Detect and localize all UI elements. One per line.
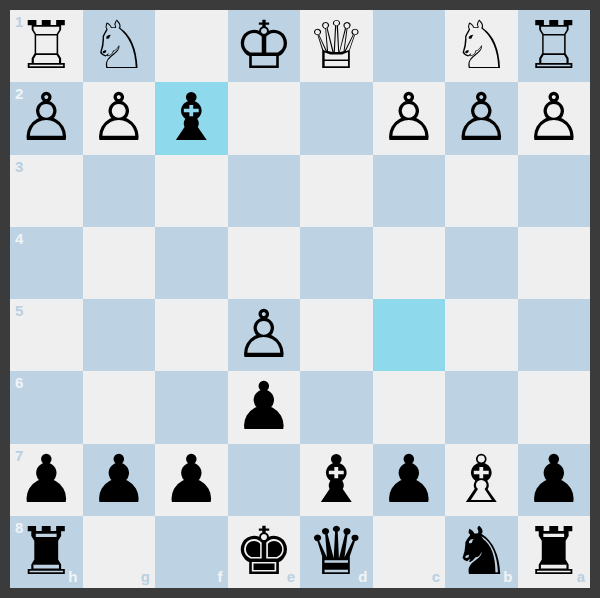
white-rook-piece: ♖ xyxy=(524,13,583,79)
black-pawn-piece: ♟ xyxy=(234,374,293,440)
square-g3[interactable] xyxy=(83,155,156,227)
file-label-f: f xyxy=(218,569,223,584)
file-label-a: a xyxy=(577,569,585,584)
square-b1[interactable]: ♘ xyxy=(445,10,518,82)
square-a2[interactable]: ♙ xyxy=(518,82,591,154)
square-d4[interactable] xyxy=(300,227,373,299)
file-label-e: e xyxy=(287,569,295,584)
square-b2[interactable]: ♙ xyxy=(445,82,518,154)
square-h5[interactable]: 5 xyxy=(10,299,83,371)
square-d8[interactable]: d♛ xyxy=(300,516,373,588)
square-c6[interactable] xyxy=(373,371,446,443)
rank-label-7: 7 xyxy=(15,448,23,463)
white-king-piece: ♔ xyxy=(234,13,293,79)
square-f8[interactable]: f xyxy=(155,516,228,588)
chess-board: 1♖♘♔♕♘♖2♙♙♝♙♙♙345♙6♟7♟♟♟♝♟♗♟8h♜gfe♚d♛cb♞… xyxy=(10,10,590,588)
square-g5[interactable] xyxy=(83,299,156,371)
square-c4[interactable] xyxy=(373,227,446,299)
white-pawn-piece: ♙ xyxy=(524,85,583,151)
square-d3[interactable] xyxy=(300,155,373,227)
white-pawn-piece: ♙ xyxy=(89,85,148,151)
file-label-g: g xyxy=(141,569,150,584)
white-pawn-piece: ♙ xyxy=(17,85,76,151)
square-f2[interactable]: ♝ xyxy=(155,82,228,154)
square-c5[interactable] xyxy=(373,299,446,371)
square-e4[interactable] xyxy=(228,227,301,299)
square-h6[interactable]: 6 xyxy=(10,371,83,443)
white-pawn-piece: ♙ xyxy=(379,85,438,151)
square-b8[interactable]: b♞ xyxy=(445,516,518,588)
square-g2[interactable]: ♙ xyxy=(83,82,156,154)
white-bishop-piece: ♗ xyxy=(452,447,511,513)
square-d6[interactable] xyxy=(300,371,373,443)
square-b5[interactable] xyxy=(445,299,518,371)
rank-label-8: 8 xyxy=(15,520,23,535)
square-a7[interactable]: ♟ xyxy=(518,444,591,516)
square-e2[interactable] xyxy=(228,82,301,154)
black-pawn-piece: ♟ xyxy=(379,447,438,513)
black-pawn-piece: ♟ xyxy=(524,447,583,513)
square-e6[interactable]: ♟ xyxy=(228,371,301,443)
square-e5[interactable]: ♙ xyxy=(228,299,301,371)
black-queen-piece: ♛ xyxy=(307,519,366,585)
white-pawn-piece: ♙ xyxy=(452,85,511,151)
square-c7[interactable]: ♟ xyxy=(373,444,446,516)
black-king-piece: ♚ xyxy=(234,519,293,585)
square-f4[interactable] xyxy=(155,227,228,299)
square-d2[interactable] xyxy=(300,82,373,154)
square-a4[interactable] xyxy=(518,227,591,299)
square-b7[interactable]: ♗ xyxy=(445,444,518,516)
black-rook-piece: ♜ xyxy=(524,519,583,585)
square-f7[interactable]: ♟ xyxy=(155,444,228,516)
square-a3[interactable] xyxy=(518,155,591,227)
square-h8[interactable]: 8h♜ xyxy=(10,516,83,588)
square-e8[interactable]: e♚ xyxy=(228,516,301,588)
square-c1[interactable] xyxy=(373,10,446,82)
rank-label-1: 1 xyxy=(15,14,23,29)
square-h7[interactable]: 7♟ xyxy=(10,444,83,516)
black-pawn-piece: ♟ xyxy=(89,447,148,513)
square-e3[interactable] xyxy=(228,155,301,227)
square-a6[interactable] xyxy=(518,371,591,443)
file-label-h: h xyxy=(68,569,77,584)
black-pawn-piece: ♟ xyxy=(162,447,221,513)
black-pawn-piece: ♟ xyxy=(17,447,76,513)
square-c2[interactable]: ♙ xyxy=(373,82,446,154)
square-h4[interactable]: 4 xyxy=(10,227,83,299)
white-pawn-piece: ♙ xyxy=(234,302,293,368)
square-f1[interactable] xyxy=(155,10,228,82)
square-g1[interactable]: ♘ xyxy=(83,10,156,82)
square-f6[interactable] xyxy=(155,371,228,443)
black-knight-piece: ♞ xyxy=(452,519,511,585)
square-c3[interactable] xyxy=(373,155,446,227)
black-rook-piece: ♜ xyxy=(17,519,76,585)
square-f5[interactable] xyxy=(155,299,228,371)
white-knight-piece: ♘ xyxy=(452,13,511,79)
square-h3[interactable]: 3 xyxy=(10,155,83,227)
square-b6[interactable] xyxy=(445,371,518,443)
rank-label-5: 5 xyxy=(15,303,23,318)
square-a1[interactable]: ♖ xyxy=(518,10,591,82)
square-g8[interactable]: g xyxy=(83,516,156,588)
square-g4[interactable] xyxy=(83,227,156,299)
square-h2[interactable]: 2♙ xyxy=(10,82,83,154)
square-f3[interactable] xyxy=(155,155,228,227)
square-b4[interactable] xyxy=(445,227,518,299)
black-bishop-piece: ♝ xyxy=(162,85,221,151)
square-e7[interactable] xyxy=(228,444,301,516)
square-d7[interactable]: ♝ xyxy=(300,444,373,516)
file-label-c: c xyxy=(432,569,440,584)
square-c8[interactable]: c xyxy=(373,516,446,588)
rank-label-6: 6 xyxy=(15,375,23,390)
white-rook-piece: ♖ xyxy=(17,13,76,79)
square-e1[interactable]: ♔ xyxy=(228,10,301,82)
square-a8[interactable]: a♜ xyxy=(518,516,591,588)
square-g6[interactable] xyxy=(83,371,156,443)
rank-label-3: 3 xyxy=(15,159,23,174)
rank-label-2: 2 xyxy=(15,86,23,101)
file-label-b: b xyxy=(503,569,512,584)
rank-label-4: 4 xyxy=(15,231,23,246)
square-g7[interactable]: ♟ xyxy=(83,444,156,516)
white-knight-piece: ♘ xyxy=(89,13,148,79)
white-queen-piece: ♕ xyxy=(307,13,366,79)
file-label-d: d xyxy=(358,569,367,584)
black-bishop-piece: ♝ xyxy=(307,447,366,513)
square-b3[interactable] xyxy=(445,155,518,227)
square-d5[interactable] xyxy=(300,299,373,371)
square-h1[interactable]: 1♖ xyxy=(10,10,83,82)
square-a5[interactable] xyxy=(518,299,591,371)
square-d1[interactable]: ♕ xyxy=(300,10,373,82)
board-frame: 1♖♘♔♕♘♖2♙♙♝♙♙♙345♙6♟7♟♟♟♝♟♗♟8h♜gfe♚d♛cb♞… xyxy=(0,0,600,598)
